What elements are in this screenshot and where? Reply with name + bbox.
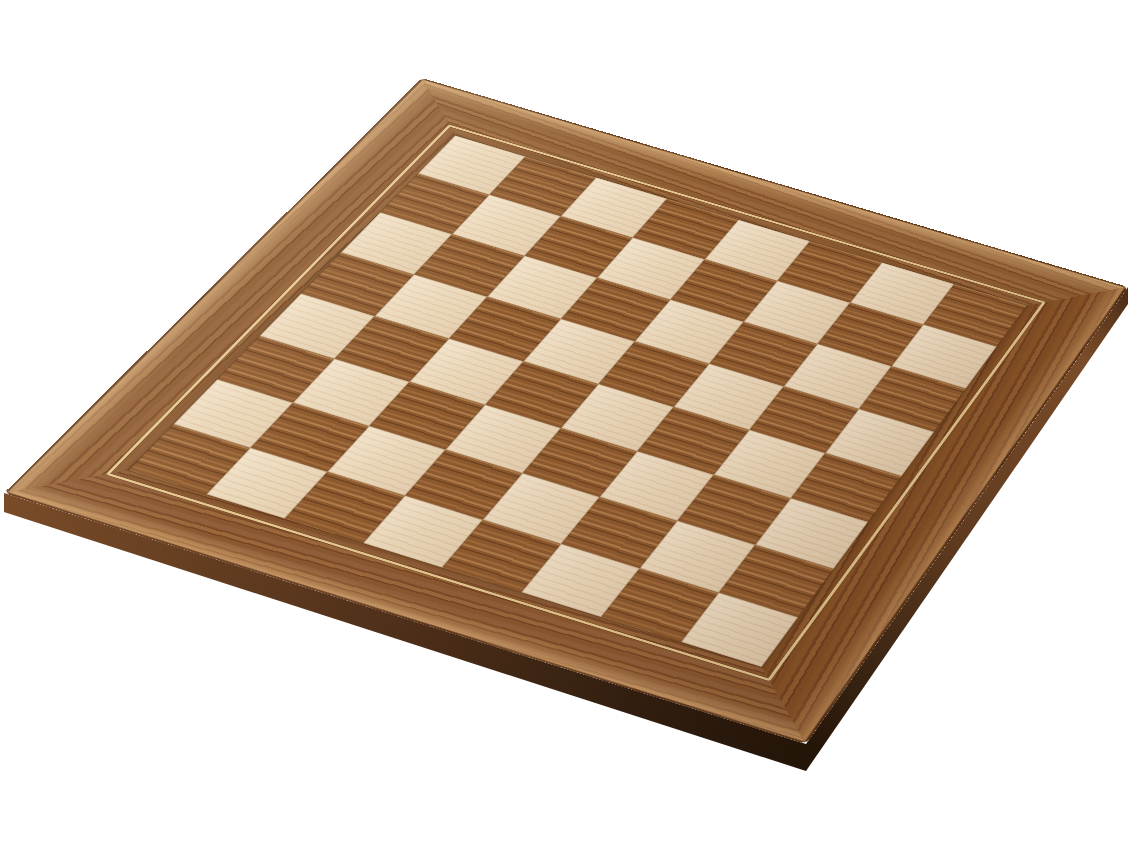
product-photo-scene — [0, 0, 1140, 855]
